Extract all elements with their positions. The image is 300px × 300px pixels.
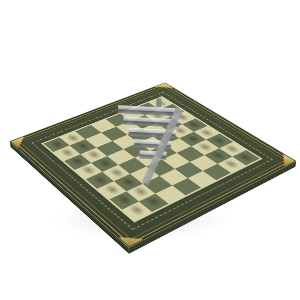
product-photo-chess-set: { "game": "chess", "position": "rnbqkbnr… xyxy=(0,0,300,300)
photo-watermark-logo xyxy=(107,96,196,198)
silver-pawn-glyph: ♟ xyxy=(220,141,244,168)
watermark-chevron-bars xyxy=(114,96,184,187)
